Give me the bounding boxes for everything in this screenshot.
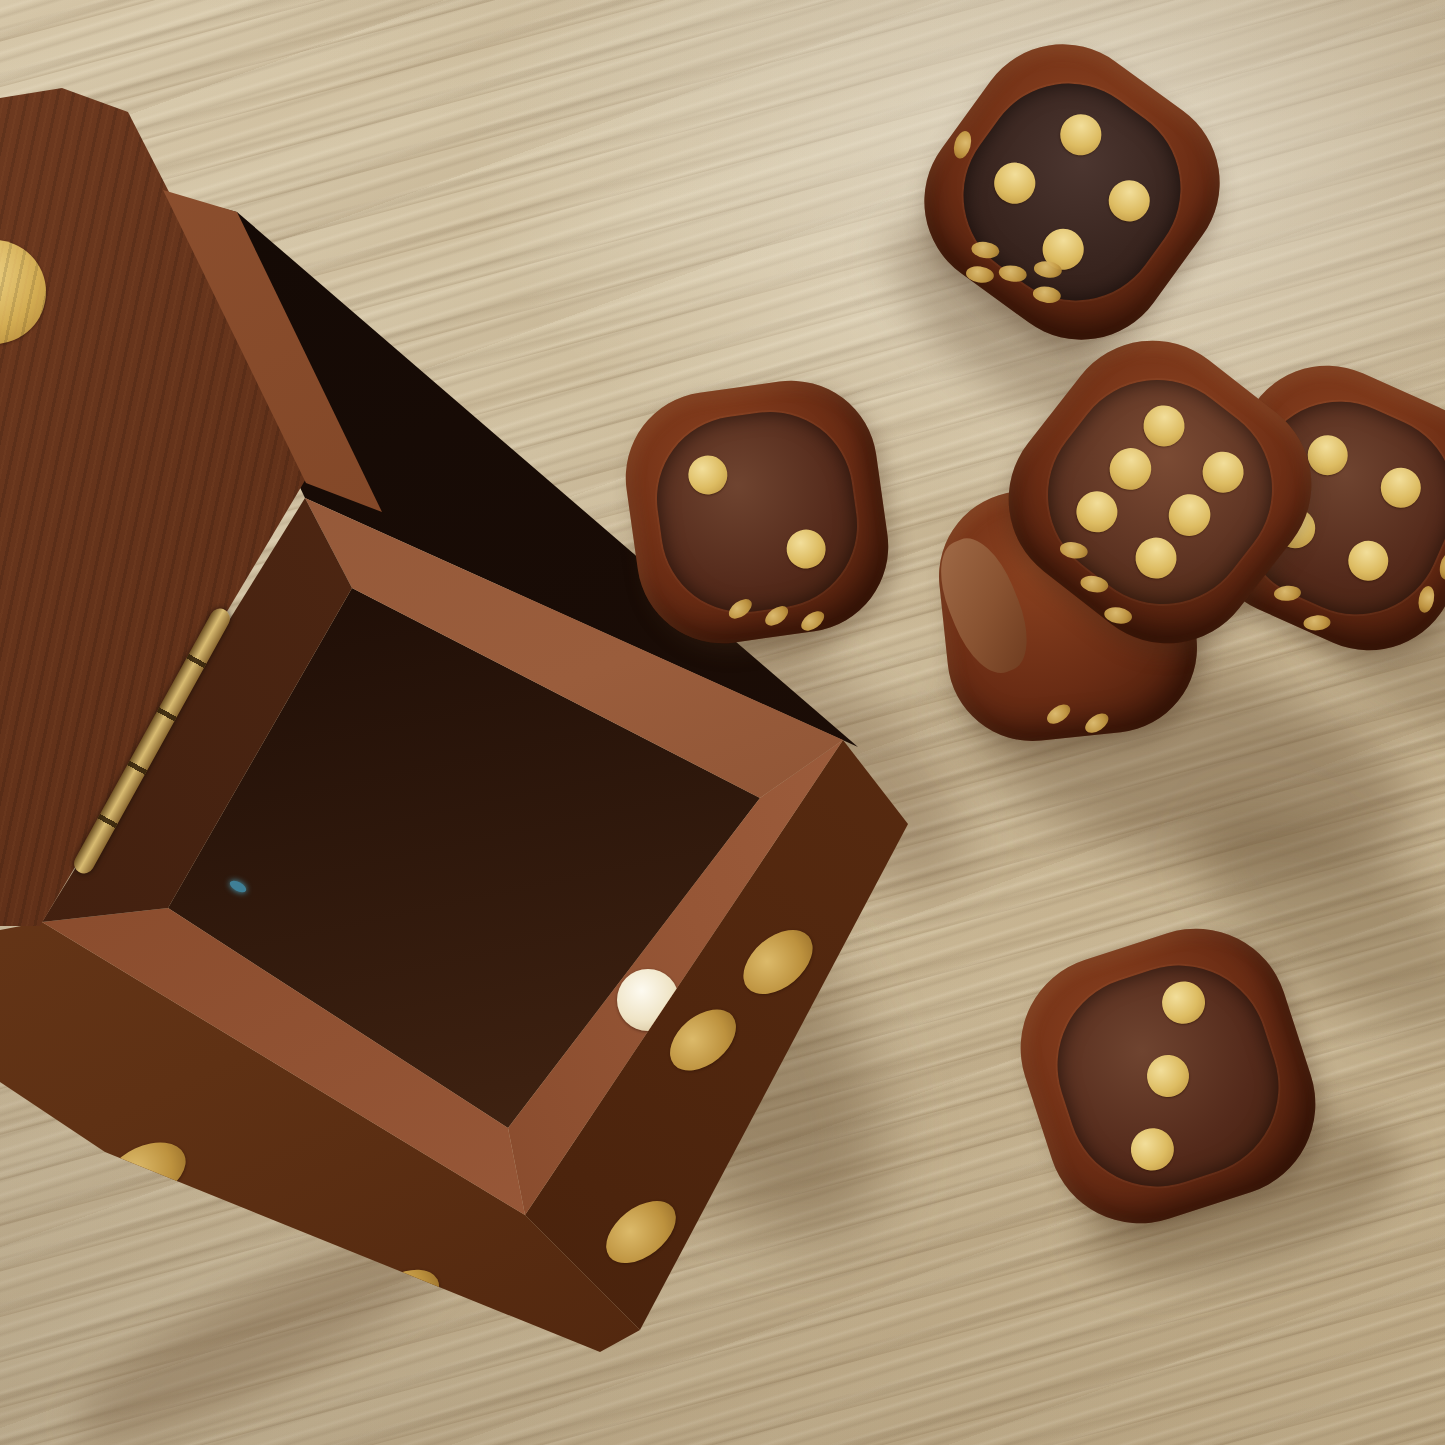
dice-layer	[0, 0, 1445, 1445]
die-side-pip	[1437, 552, 1445, 582]
photo-canvas	[0, 0, 1445, 1445]
die-side-pip	[1082, 710, 1112, 737]
die-pip	[1101, 440, 1159, 498]
die-top-face-sliver	[926, 528, 1041, 683]
die-middle-left	[615, 370, 900, 655]
die-top-face	[1034, 942, 1301, 1209]
die-pip	[1101, 173, 1158, 230]
die-pip	[784, 527, 828, 571]
die-side-pip	[1303, 614, 1331, 631]
die-pip	[1342, 535, 1395, 588]
die-pip	[1068, 482, 1126, 540]
die-top-right	[889, 9, 1255, 375]
die-pip	[1375, 461, 1428, 514]
die-pip	[1053, 107, 1110, 164]
die-pip	[1194, 443, 1252, 501]
die-pip	[1160, 486, 1218, 544]
die-side-pip	[798, 607, 828, 635]
die-side-pip	[1043, 700, 1073, 727]
die-pip	[1126, 1123, 1179, 1176]
die-pip	[1135, 397, 1193, 455]
die-pip	[987, 155, 1044, 212]
die-pip	[1141, 1049, 1194, 1102]
die-pip	[686, 453, 730, 497]
die-side-pip	[965, 264, 994, 283]
die-side-pip	[1273, 585, 1301, 602]
die-side-pip	[951, 129, 974, 160]
die-top-face	[929, 49, 1214, 334]
die-side-pip	[1416, 584, 1437, 614]
die-pip	[1127, 529, 1185, 587]
die-bottom-right	[997, 905, 1340, 1248]
die-pip	[1157, 976, 1210, 1029]
die-top-face	[646, 401, 868, 623]
